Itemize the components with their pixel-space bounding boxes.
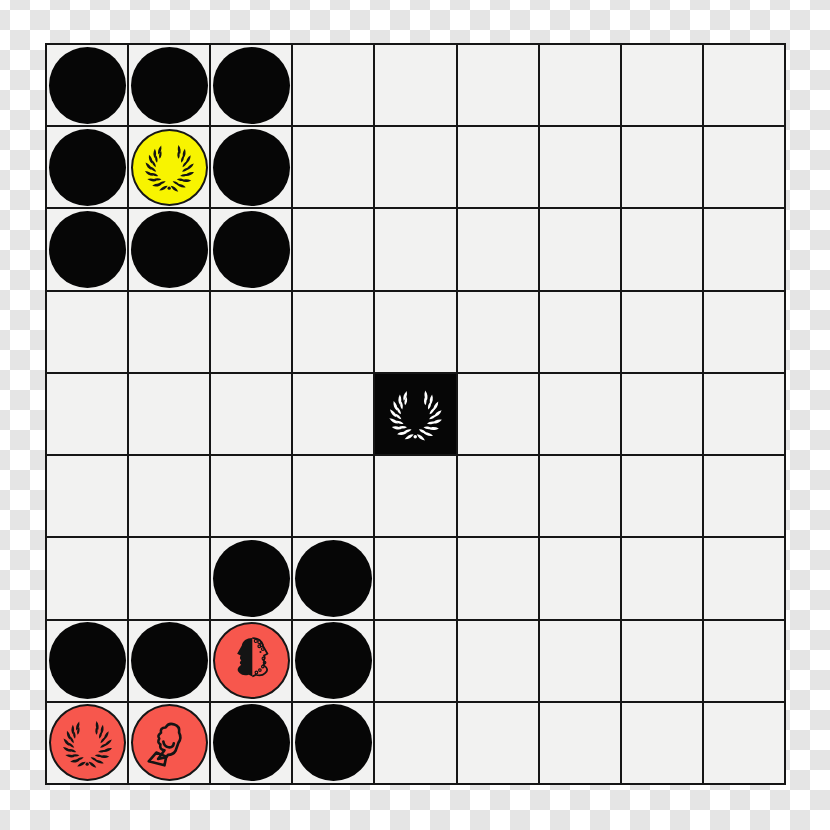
cell-r7c1[interactable] (47, 538, 127, 618)
cell-r2c2[interactable] (129, 127, 209, 207)
black-piece[interactable] (131, 47, 208, 124)
cell-r8c9[interactable] (704, 621, 784, 701)
black-piece[interactable] (49, 622, 126, 699)
cell-r9c4[interactable] (293, 703, 373, 783)
cell-r5c8[interactable] (622, 374, 702, 454)
cell-r6c3[interactable] (211, 456, 291, 536)
transparent-canvas (0, 0, 830, 830)
cell-r5c7[interactable] (540, 374, 620, 454)
cell-r1c8[interactable] (622, 45, 702, 125)
black-piece[interactable] (49, 211, 126, 288)
cell-r6c9[interactable] (704, 456, 784, 536)
red-wreath-piece[interactable] (49, 704, 126, 781)
cell-r1c1[interactable] (47, 45, 127, 125)
cell-r5c6[interactable] (458, 374, 538, 454)
cell-r4c6[interactable] (458, 292, 538, 372)
cell-r7c4[interactable] (293, 538, 373, 618)
black-piece[interactable] (213, 704, 290, 781)
cell-r7c3[interactable] (211, 538, 291, 618)
cell-r4c5[interactable] (375, 292, 455, 372)
cell-r6c2[interactable] (129, 456, 209, 536)
cell-r1c2[interactable] (129, 45, 209, 125)
cell-r8c7[interactable] (540, 621, 620, 701)
cell-r4c9[interactable] (704, 292, 784, 372)
cell-r3c9[interactable] (704, 209, 784, 289)
cell-r6c8[interactable] (622, 456, 702, 536)
cell-r5c3[interactable] (211, 374, 291, 454)
cell-r1c3[interactable] (211, 45, 291, 125)
black-piece[interactable] (49, 129, 126, 206)
cell-r9c2[interactable] (129, 703, 209, 783)
janus-head-icon (222, 631, 280, 689)
cell-r7c7[interactable] (540, 538, 620, 618)
cell-r8c4[interactable] (293, 621, 373, 701)
cell-r2c6[interactable] (458, 127, 538, 207)
cell-r2c4[interactable] (293, 127, 373, 207)
cell-r2c8[interactable] (622, 127, 702, 207)
cell-r7c6[interactable] (458, 538, 538, 618)
cell-r2c1[interactable] (47, 127, 127, 207)
black-piece[interactable] (295, 704, 372, 781)
cell-r6c4[interactable] (293, 456, 373, 536)
cell-r1c6[interactable] (458, 45, 538, 125)
cell-r8c6[interactable] (458, 621, 538, 701)
cell-r2c3[interactable] (211, 127, 291, 207)
cell-r5c9[interactable] (704, 374, 784, 454)
cell-r4c2[interactable] (129, 292, 209, 372)
cell-r8c3[interactable] (211, 621, 291, 701)
cell-r6c7[interactable] (540, 456, 620, 536)
black-piece[interactable] (295, 622, 372, 699)
throne-square[interactable] (375, 374, 455, 454)
black-piece[interactable] (213, 129, 290, 206)
cell-r9c9[interactable] (704, 703, 784, 783)
cell-r6c6[interactable] (458, 456, 538, 536)
cell-r1c7[interactable] (540, 45, 620, 125)
red-janus-piece[interactable] (213, 622, 290, 699)
yellow-wreath-piece[interactable] (131, 129, 208, 206)
cell-r3c3[interactable] (211, 209, 291, 289)
black-piece[interactable] (131, 211, 208, 288)
cell-r8c1[interactable] (47, 621, 127, 701)
laurel-wreath-icon (140, 138, 198, 196)
cell-r2c9[interactable] (704, 127, 784, 207)
cell-r7c2[interactable] (129, 538, 209, 618)
cell-r1c5[interactable] (375, 45, 455, 125)
raised-fist-icon (140, 714, 198, 772)
black-piece[interactable] (49, 47, 126, 124)
cell-r7c5[interactable] (375, 538, 455, 618)
cell-r7c9[interactable] (704, 538, 784, 618)
cell-r9c5[interactable] (375, 703, 455, 783)
cell-r8c8[interactable] (622, 621, 702, 701)
cell-r6c5[interactable] (375, 456, 455, 536)
cell-r3c5[interactable] (375, 209, 455, 289)
cell-r3c2[interactable] (129, 209, 209, 289)
cell-r5c4[interactable] (293, 374, 373, 454)
black-piece[interactable] (295, 540, 372, 617)
cell-r3c8[interactable] (622, 209, 702, 289)
red-fist-piece[interactable] (131, 704, 208, 781)
cell-r3c7[interactable] (540, 209, 620, 289)
latrunculi-board (45, 43, 786, 785)
cell-r8c5[interactable] (375, 621, 455, 701)
cell-r5c1[interactable] (47, 374, 127, 454)
cell-r9c3[interactable] (211, 703, 291, 783)
black-piece[interactable] (213, 211, 290, 288)
black-piece[interactable] (131, 622, 208, 699)
cell-r3c6[interactable] (458, 209, 538, 289)
cell-r7c8[interactable] (622, 538, 702, 618)
cell-r4c7[interactable] (540, 292, 620, 372)
cell-r9c8[interactable] (622, 703, 702, 783)
cell-r2c7[interactable] (540, 127, 620, 207)
cell-r1c4[interactable] (293, 45, 373, 125)
cell-r3c1[interactable] (47, 209, 127, 289)
cell-r9c7[interactable] (540, 703, 620, 783)
cell-r4c3[interactable] (211, 292, 291, 372)
cell-r3c4[interactable] (293, 209, 373, 289)
cell-r9c6[interactable] (458, 703, 538, 783)
cell-r4c8[interactable] (622, 292, 702, 372)
cell-r4c4[interactable] (293, 292, 373, 372)
white-laurel-wreath-icon (384, 383, 446, 446)
cell-r2c5[interactable] (375, 127, 455, 207)
black-piece[interactable] (213, 540, 290, 617)
cell-r5c2[interactable] (129, 374, 209, 454)
cell-r6c1[interactable] (47, 456, 127, 536)
laurel-wreath-icon (58, 714, 116, 772)
black-piece[interactable] (213, 47, 290, 124)
cell-r8c2[interactable] (129, 621, 209, 701)
cell-r1c9[interactable] (704, 45, 784, 125)
cell-r4c1[interactable] (47, 292, 127, 372)
cell-r9c1[interactable] (47, 703, 127, 783)
